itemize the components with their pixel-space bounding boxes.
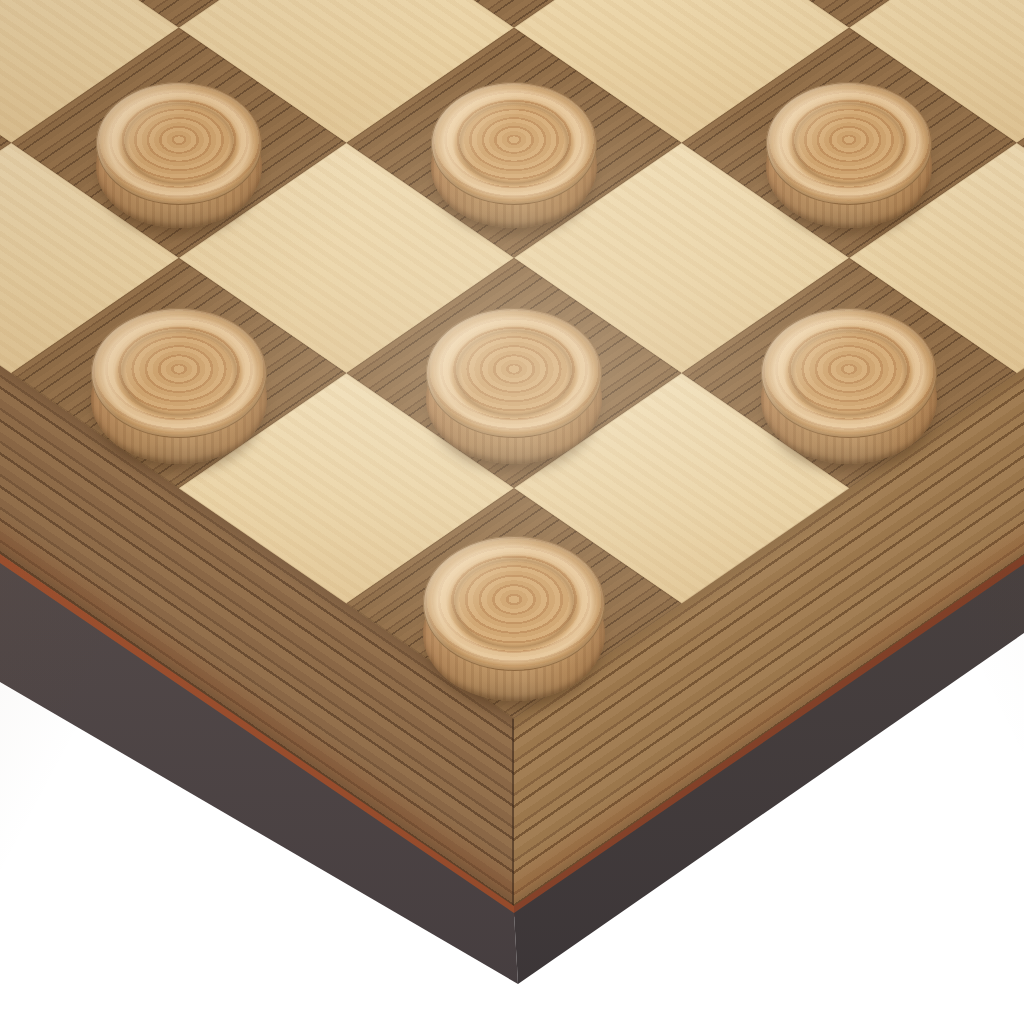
checker-piece-6[interactable] (761, 308, 937, 464)
piece-top-face (423, 536, 605, 671)
piece-top-face (761, 308, 937, 438)
checker-piece-2[interactable] (431, 82, 597, 228)
checker-piece-4[interactable] (91, 308, 267, 464)
checker-piece-1[interactable] (96, 82, 262, 228)
piece-top-face (766, 82, 932, 205)
piece-top-face (96, 82, 262, 205)
piece-top-face (91, 308, 267, 438)
pieces-layer (0, 0, 1024, 1024)
piece-top-face (431, 82, 597, 205)
checker-piece-7[interactable] (423, 536, 605, 701)
piece-top-face (426, 308, 602, 438)
photo-stage (0, 0, 1024, 1024)
checker-piece-5[interactable] (426, 308, 602, 464)
checker-piece-3[interactable] (766, 82, 932, 228)
